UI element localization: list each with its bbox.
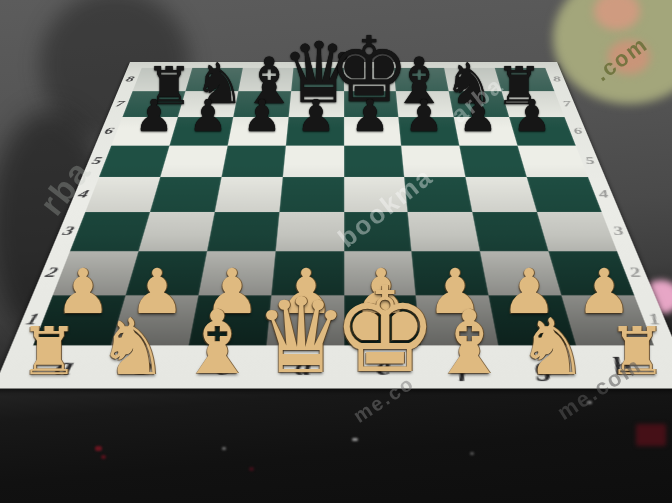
piece-white-knight-b1[interactable]: ♞ [94, 308, 172, 386]
piece-black-pawn-h7[interactable]: ♟ [510, 94, 554, 138]
piece-white-knight-g1[interactable]: ♞ [514, 308, 592, 386]
square-c4[interactable] [214, 177, 282, 212]
table-speck [636, 424, 666, 446]
piece-white-rook-h1[interactable]: ♜ [604, 319, 670, 385]
square-c5[interactable] [221, 146, 285, 177]
table-speck [587, 401, 592, 404]
square-d5[interactable] [282, 146, 343, 177]
piece-black-pawn-g7[interactable]: ♟ [456, 94, 500, 138]
square-e3[interactable] [344, 212, 412, 251]
square-g4[interactable] [466, 177, 537, 212]
table-speck [222, 447, 226, 450]
table-speck [470, 452, 474, 455]
photo-stage: 87654321 87654321 abcdefgh ♜♞♝♛♚♝♞♜♟♟♟♟♟… [0, 0, 672, 503]
square-a4[interactable] [85, 177, 160, 212]
table-speck [95, 446, 102, 451]
piece-black-pawn-f7[interactable]: ♟ [402, 94, 446, 138]
square-g5[interactable] [460, 146, 527, 177]
square-c3[interactable] [207, 212, 279, 251]
square-f3[interactable] [408, 212, 480, 251]
piece-white-rook-a1[interactable]: ♜ [16, 319, 82, 385]
square-b5[interactable] [160, 146, 227, 177]
square-a3[interactable] [70, 212, 150, 251]
square-e5[interactable] [344, 146, 405, 177]
table-speck [249, 467, 254, 471]
square-a5[interactable] [99, 146, 169, 177]
square-f4[interactable] [405, 177, 473, 212]
square-f5[interactable] [402, 146, 466, 177]
piece-black-pawn-e7[interactable]: ♟ [348, 94, 392, 138]
table-speck [101, 455, 106, 459]
square-d4[interactable] [279, 177, 344, 212]
square-g3[interactable] [473, 212, 549, 251]
piece-black-pawn-b7[interactable]: ♟ [186, 94, 230, 138]
square-e4[interactable] [344, 177, 409, 212]
piece-white-bishop-f1[interactable]: ♝ [425, 299, 513, 387]
piece-black-pawn-a7[interactable]: ♟ [132, 94, 176, 138]
square-b4[interactable] [150, 177, 221, 212]
table-speck [352, 438, 358, 441]
peach-spot-2 [608, 40, 650, 74]
square-d3[interactable] [275, 212, 343, 251]
piece-black-pawn-c7[interactable]: ♟ [240, 94, 284, 138]
piece-white-bishop-c1[interactable]: ♝ [173, 299, 261, 387]
piece-black-pawn-d7[interactable]: ♟ [294, 94, 338, 138]
square-b3[interactable] [138, 212, 214, 251]
